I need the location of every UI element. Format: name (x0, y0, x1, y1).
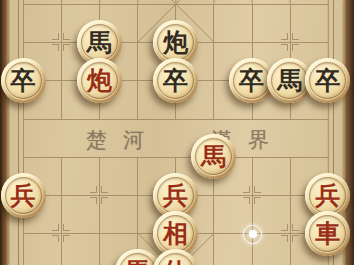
board-point[interactable] (62, 120, 100, 158)
board-point[interactable] (291, 120, 329, 158)
board-point[interactable] (291, 5, 329, 43)
piece-glyph: 馬 (87, 30, 112, 55)
black-soldier-i4[interactable]: 卒 (305, 58, 350, 103)
red-cannon-c4[interactable]: 炮 (77, 58, 122, 103)
board-point[interactable] (24, 120, 62, 158)
board-point[interactable] (100, 196, 138, 234)
red-chariot-i8[interactable]: 車 (305, 211, 350, 256)
piece-glyph: 兵 (315, 183, 340, 208)
piece-glyph: 卒 (239, 68, 264, 93)
board-point[interactable] (24, 5, 62, 43)
last-move-indicator-dot (243, 225, 262, 244)
piece-glyph: 兵 (163, 183, 188, 208)
board-point[interactable] (62, 234, 100, 265)
piece-glyph: 卒 (163, 68, 188, 93)
red-horse-f6[interactable]: 馬 (191, 134, 236, 179)
piece-glyph: 車 (315, 221, 340, 246)
board-point[interactable] (253, 5, 291, 43)
piece-glyph: 馬 (201, 144, 226, 169)
piece-glyph: 仕 (163, 259, 188, 265)
board-point[interactable] (62, 196, 100, 234)
xiangqi-board: 楚河 漢界 馬炮卒炮卒卒馬卒馬兵兵兵相車馬仕 (0, 0, 354, 265)
black-soldier-a4[interactable]: 卒 (1, 58, 46, 103)
board-frame-left (0, 0, 8, 265)
black-soldier-e4[interactable]: 卒 (153, 58, 198, 103)
board-point[interactable] (253, 120, 291, 158)
board-point[interactable] (214, 5, 252, 43)
board-point[interactable] (62, 158, 100, 196)
board-point[interactable] (24, 234, 62, 265)
piece-glyph: 炮 (87, 68, 112, 93)
board-point[interactable] (100, 158, 138, 196)
piece-glyph: 馬 (277, 68, 302, 93)
red-soldier-a7[interactable]: 兵 (1, 173, 46, 218)
piece-glyph: 馬 (125, 259, 150, 265)
piece-glyph: 卒 (11, 68, 36, 93)
piece-glyph: 卒 (315, 68, 340, 93)
piece-glyph: 相 (163, 221, 188, 246)
piece-glyph: 炮 (163, 30, 188, 55)
board-point[interactable] (138, 120, 176, 158)
board-point[interactable] (253, 158, 291, 196)
piece-glyph: 兵 (11, 183, 36, 208)
board-point[interactable] (100, 120, 138, 158)
